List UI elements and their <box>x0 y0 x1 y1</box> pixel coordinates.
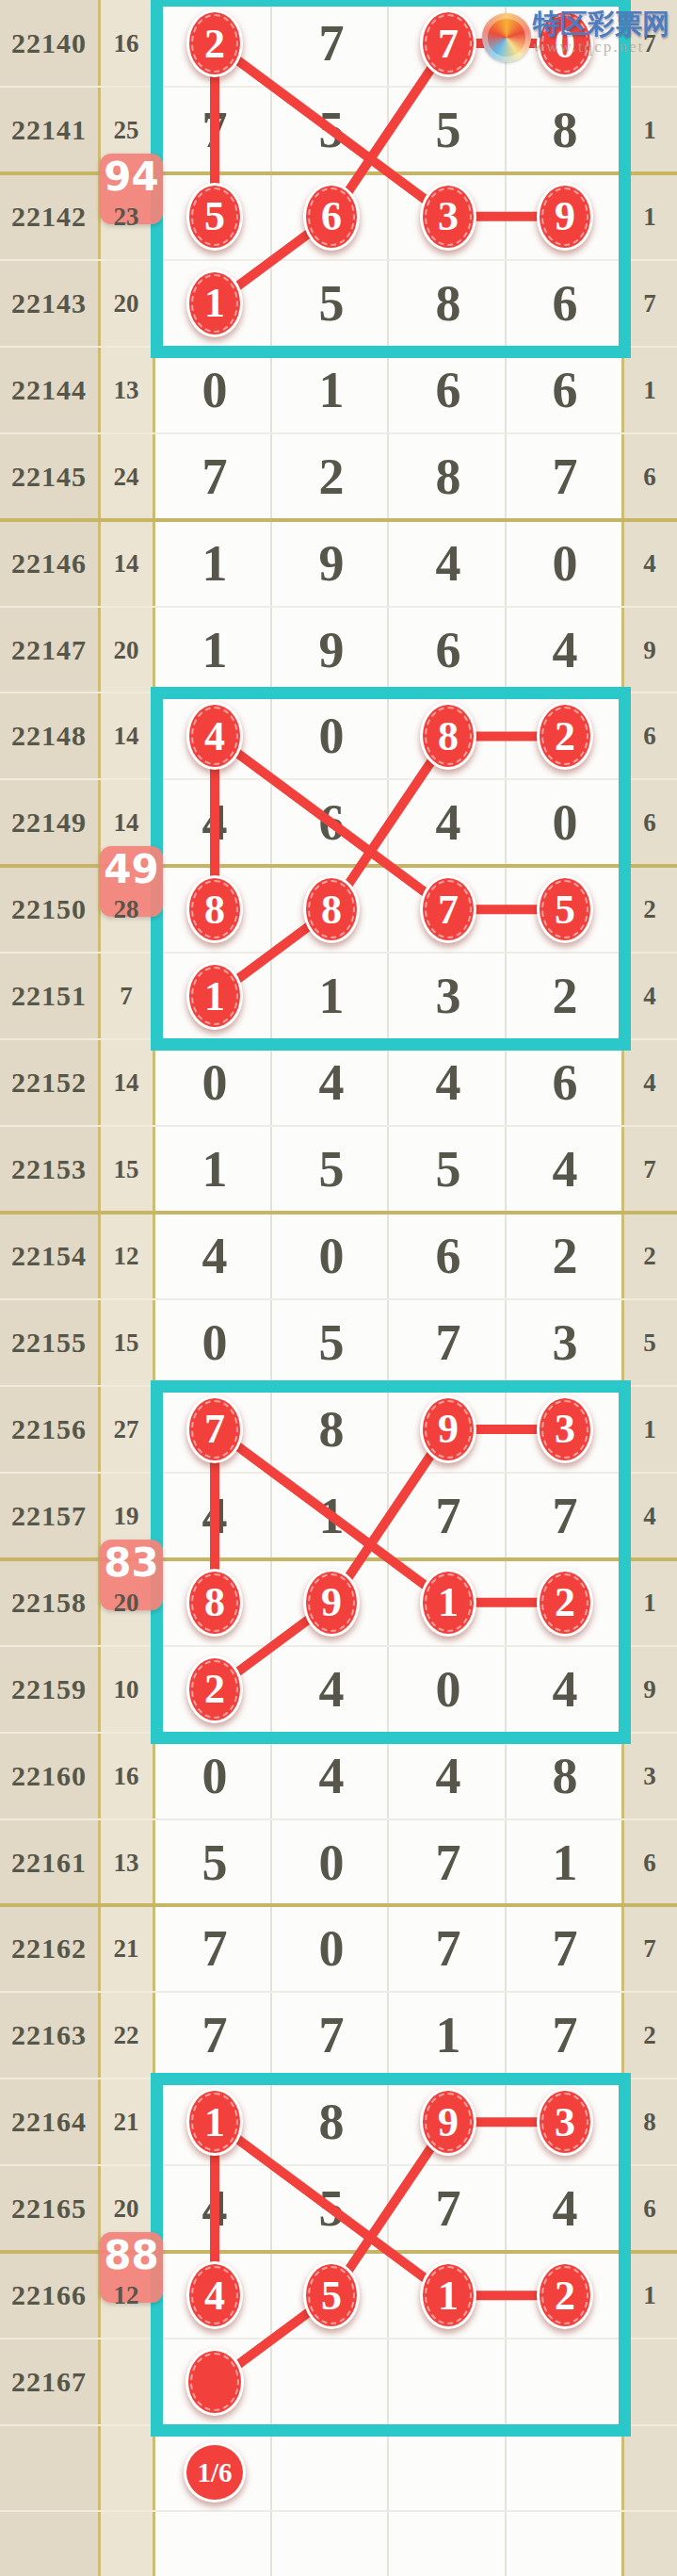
circled-digit: 3 <box>420 183 476 251</box>
lottery-trend-chart: 特区彩票网 www.tqcp.net 1/6 94498388221401627… <box>0 0 677 2576</box>
circled-digit: 7 <box>186 1395 243 1463</box>
circled-digit: 5 <box>303 2261 360 2329</box>
circled-digit: 4 <box>186 702 243 770</box>
circled-digit: 1 <box>420 1569 476 1637</box>
circled-digit: 9 <box>420 2088 476 2156</box>
circled-digit: 7 <box>420 875 476 943</box>
logo-swirl-icon <box>482 13 531 62</box>
circled-digit: 9 <box>303 1569 360 1637</box>
circled-digit: 5 <box>537 875 593 943</box>
circled-digit: 8 <box>186 875 243 943</box>
circled-digit: 4 <box>186 2261 243 2329</box>
circled-digit: 1 <box>186 2088 243 2156</box>
circled-digit: 2 <box>537 1569 593 1637</box>
site-logo[interactable]: 特区彩票网 www.tqcp.net <box>482 8 677 62</box>
circled-digit: 1 <box>186 269 243 337</box>
circled-digit: 9 <box>420 1395 476 1463</box>
circled-digit: 1 <box>186 962 243 1030</box>
circled-digit: 3 <box>537 1395 593 1463</box>
circled-digit: 2 <box>186 1655 243 1723</box>
circled-digit: 2 <box>186 9 243 77</box>
circled-digit: 5 <box>186 183 243 251</box>
page-indicator-badge: 1/6 <box>184 2442 246 2503</box>
prediction-dot <box>185 2348 244 2416</box>
circled-digit: 6 <box>303 183 360 251</box>
circled-digit: 8 <box>303 875 360 943</box>
circled-digit: 1 <box>420 2261 476 2329</box>
circled-digit: 7 <box>420 9 476 77</box>
circled-digit: 8 <box>186 1569 243 1637</box>
logo-watermark: www.tqcp.net <box>533 38 669 57</box>
trend-lines-layer <box>0 0 677 2576</box>
circled-digit: 9 <box>537 183 593 251</box>
circled-digit: 2 <box>537 702 593 770</box>
circled-digit: 2 <box>537 2261 593 2329</box>
logo-title: 特区彩票网 <box>533 8 669 40</box>
circled-digit: 3 <box>537 2088 593 2156</box>
circled-digit: 8 <box>420 702 476 770</box>
